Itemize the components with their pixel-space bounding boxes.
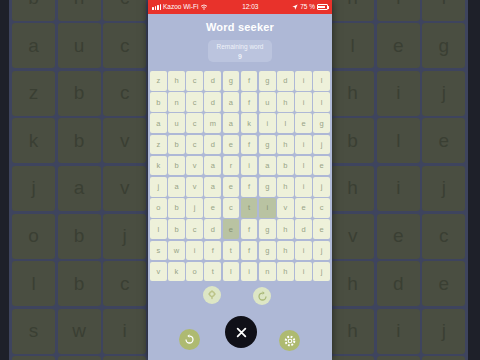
backdrop-cell-6-0: o [12, 214, 55, 259]
backdrop-cell-8-1: w [58, 309, 101, 354]
grid-cell-8-1[interactable]: w [168, 241, 185, 261]
grid-cell-8-8[interactable]: i [295, 241, 312, 261]
grid-cell-6-0[interactable]: o [150, 198, 167, 218]
grid-cell-3-8[interactable]: i [295, 135, 312, 155]
grid-cell-1-0[interactable]: b [150, 92, 167, 112]
grid-cell-7-1[interactable]: b [168, 219, 185, 239]
grid-cell-9-6[interactable]: n [259, 262, 276, 282]
backdrop-cell-8-9: j [422, 309, 465, 354]
status-bar-left: Kazoo Wi-Fi [152, 4, 208, 11]
backdrop-cell-1-8: i [377, 0, 420, 21]
undo-arrow-icon [184, 334, 195, 345]
backdrop-cell-9-9: j [422, 356, 465, 360]
grid-cell-8-0[interactable]: s [150, 241, 167, 261]
grid-cell-5-0[interactable]: j [150, 177, 167, 197]
carrier-label: Kazoo Wi-Fi [163, 4, 198, 11]
backdrop-cell-5-8: i [377, 166, 420, 211]
grid-cell-3-6[interactable]: g [259, 135, 276, 155]
grid-cell-4-7[interactable]: b [277, 156, 294, 176]
backdrop-cell-3-1: b [58, 71, 101, 116]
grid-cell-7-9[interactable]: e [313, 219, 330, 239]
backdrop-cell-3-0: z [12, 71, 55, 116]
grid-cell-9-0[interactable]: v [150, 262, 167, 282]
backdrop-cell-6-8: e [377, 214, 420, 259]
backdrop-cell-1-9: l [422, 0, 465, 21]
backdrop-cell-9-7: h [331, 356, 374, 360]
page-title: Word seeker [148, 21, 332, 33]
grid-cell-1-6[interactable]: u [259, 92, 276, 112]
grid-cell-0-6[interactable]: g [259, 71, 276, 91]
grid-cell-9-3[interactable]: t [204, 262, 221, 282]
backdrop-cell-1-7: h [331, 0, 374, 21]
backdrop-cell-2-9: g [422, 23, 465, 68]
status-bar: Kazoo Wi-Fi 12:03 75 % [148, 0, 332, 14]
backdrop-cell-5-2: v [103, 166, 146, 211]
settings-button[interactable] [279, 330, 300, 351]
grid-cell-9-5[interactable]: i [241, 262, 258, 282]
backdrop-cell-5-1: a [58, 166, 101, 211]
grid-cell-9-9[interactable]: j [313, 262, 330, 282]
grid-cell-0-3[interactable]: d [204, 71, 221, 91]
grid-cell-3-2[interactable]: c [186, 135, 203, 155]
backdrop-cell-4-7: b [331, 118, 374, 163]
backdrop-cell-7-0: l [12, 261, 55, 306]
grid-cell-1-4[interactable]: a [223, 92, 240, 112]
grid-cell-5-8[interactable]: i [295, 177, 312, 197]
grid-cell-9-1[interactable]: k [168, 262, 185, 282]
backdrop-cell-6-1: b [58, 214, 101, 259]
backdrop-cell-1-1: n [58, 0, 101, 21]
grid-cell-3-5[interactable]: f [241, 135, 258, 155]
backdrop-cell-4-8: l [377, 118, 420, 163]
grid-cell-5-2[interactable]: v [186, 177, 203, 197]
grid-cell-1-9[interactable]: l [313, 92, 330, 112]
close-overlay-button[interactable] [225, 316, 257, 348]
backdrop-cell-9-8: i [377, 356, 420, 360]
backdrop-cell-2-0: a [12, 23, 55, 68]
grid-cell-2-9[interactable]: g [313, 113, 330, 133]
grid-cell-2-5[interactable]: k [241, 113, 258, 133]
grid-cell-7-3[interactable]: d [204, 219, 221, 239]
grid-cell-4-3[interactable]: a [204, 156, 221, 176]
x-icon [236, 327, 247, 338]
grid-cell-7-7[interactable]: h [277, 219, 294, 239]
grid-cell-4-4[interactable]: r [223, 156, 240, 176]
grid-cell-3-4[interactable]: e [223, 135, 240, 155]
grid-cell-0-4[interactable]: g [223, 71, 240, 91]
backdrop-cell-3-7: h [331, 71, 374, 116]
backdrop-cell-2-7: l [331, 23, 374, 68]
backdrop-cell-2-1: u [58, 23, 101, 68]
grid-cell-7-2[interactable]: c [186, 219, 203, 239]
backdrop-cell-6-7: v [331, 214, 374, 259]
grid-cell-2-7[interactable]: l [277, 113, 294, 133]
grid-cell-7-8[interactable]: d [295, 219, 312, 239]
grid-cell-5-1[interactable]: a [168, 177, 185, 197]
hint-button[interactable] [203, 286, 221, 304]
backdrop-cell-6-2: j [103, 214, 146, 259]
grid-cell-3-9[interactable]: j [313, 135, 330, 155]
grid-cell-3-3[interactable]: d [204, 135, 221, 155]
grid-cell-4-0[interactable]: k [150, 156, 167, 176]
backdrop-cell-1-2: c [103, 0, 146, 21]
grid-cell-9-7[interactable]: h [277, 262, 294, 282]
grid-cell-1-2[interactable]: c [186, 92, 203, 112]
grid-cell-3-0[interactable]: z [150, 135, 167, 155]
grid-cell-8-5[interactable]: f [241, 241, 258, 261]
grid-cell-4-1[interactable]: b [168, 156, 185, 176]
grid-cell-6-8[interactable]: e [295, 198, 312, 218]
grid-cell-5-3[interactable]: a [204, 177, 221, 197]
grid-cell-1-5[interactable]: f [241, 92, 258, 112]
location-arrow-icon [292, 4, 298, 10]
backdrop-cell-7-8: d [377, 261, 420, 306]
battery-percent-label: 75 % [300, 4, 315, 11]
grid-cell-8-2[interactable]: i [186, 241, 203, 261]
lightbulb-icon [207, 290, 217, 300]
grid-cell-4-8[interactable]: l [295, 156, 312, 176]
backdrop-cell-7-7: h [331, 261, 374, 306]
grid-cell-3-1[interactable]: b [168, 135, 185, 155]
grid-cell-2-2[interactable]: c [186, 113, 203, 133]
remaining-word-count: 9 [208, 53, 272, 60]
gear-icon [284, 335, 296, 347]
grid-cell-2-1[interactable]: u [168, 113, 185, 133]
backdrop-cell-5-7: h [331, 166, 374, 211]
clock-label: 12:03 [242, 4, 258, 11]
letter-grid: zhcdgfgdilbncdafuhilaucmakilegzbcdefghij… [150, 71, 330, 281]
backdrop-cell-9-1: k [58, 356, 101, 360]
backdrop-cell-6-9: c [422, 214, 465, 259]
grid-cell-2-0[interactable]: a [150, 113, 167, 133]
backdrop-cell-8-0: s [12, 309, 55, 354]
backdrop-cell-4-0: k [12, 118, 55, 163]
grid-cell-7-5[interactable]: f [241, 219, 258, 239]
grid-cell-1-8[interactable]: i [295, 92, 312, 112]
backdrop-cell-8-8: i [377, 309, 420, 354]
remaining-word-badge: Remaining word 9 [208, 40, 272, 62]
backdrop-cell-7-9: e [422, 261, 465, 306]
backdrop-cell-4-2: v [103, 118, 146, 163]
backdrop-cell-2-2: c [103, 23, 146, 68]
grid-cell-8-7[interactable]: h [277, 241, 294, 261]
backdrop-cell-9-2: o [103, 356, 146, 360]
grid-cell-9-2[interactable]: o [186, 262, 203, 282]
backdrop-cell-7-1: b [58, 261, 101, 306]
shuffle-button[interactable] [253, 287, 271, 305]
screenshot-root: zhcdgfgdilbncdafuhilaucmakilegzbcdefghij… [0, 0, 480, 360]
grid-cell-0-9[interactable]: l [313, 71, 330, 91]
grid-cell-4-5[interactable]: i [241, 156, 258, 176]
backdrop-cell-4-1: b [58, 118, 101, 163]
refresh-icon [257, 291, 268, 302]
grid-cell-6-7[interactable]: v [277, 198, 294, 218]
backdrop-cell-9-0: v [12, 356, 55, 360]
signal-bars-icon [152, 4, 161, 10]
grid-cell-9-8[interactable]: i [295, 262, 312, 282]
grid-cell-1-1[interactable]: n [168, 92, 185, 112]
grid-cell-4-9[interactable]: e [313, 156, 330, 176]
grid-cell-5-5[interactable]: f [241, 177, 258, 197]
wifi-icon [200, 4, 208, 10]
backdrop-cell-3-8: i [377, 71, 420, 116]
restart-button[interactable] [179, 329, 200, 350]
backdrop-cell-2-8: e [377, 23, 420, 68]
grid-cell-0-0[interactable]: z [150, 71, 167, 91]
backdrop-cell-8-7: h [331, 309, 374, 354]
grid-cell-0-2[interactable]: c [186, 71, 203, 91]
remaining-word-label: Remaining word [208, 43, 272, 50]
grid-cell-5-4[interactable]: e [223, 177, 240, 197]
grid-cell-5-9[interactable]: j [313, 177, 330, 197]
grid-cell-2-4[interactable]: a [223, 113, 240, 133]
backdrop-cell-1-0: b [12, 0, 55, 21]
grid-cell-3-7[interactable]: h [277, 135, 294, 155]
grid-cell-0-5[interactable]: f [241, 71, 258, 91]
grid-cell-8-9[interactable]: j [313, 241, 330, 261]
grid-cell-9-4[interactable]: l [223, 262, 240, 282]
grid-cell-6-1[interactable]: b [168, 198, 185, 218]
grid-cell-4-2[interactable]: v [186, 156, 203, 176]
grid-cell-7-0[interactable]: l [150, 219, 167, 239]
grid-cell-2-8[interactable]: e [295, 113, 312, 133]
grid-cell-8-3[interactable]: f [204, 241, 221, 261]
grid-cell-4-6[interactable]: a [259, 156, 276, 176]
grid-cell-5-6[interactable]: g [259, 177, 276, 197]
grid-cell-5-7[interactable]: h [277, 177, 294, 197]
grid-cell-7-6[interactable]: g [259, 219, 276, 239]
grid-cell-2-6[interactable]: i [259, 113, 276, 133]
status-bar-right: 75 % [292, 4, 328, 11]
backdrop-cell-3-2: c [103, 71, 146, 116]
backdrop-cell-5-9: j [422, 166, 465, 211]
backdrop-cell-7-2: c [103, 261, 146, 306]
grid-cell-0-1[interactable]: h [168, 71, 185, 91]
phone-screen: Kazoo Wi-Fi 12:03 75 % Word seeker Remai… [148, 0, 332, 360]
battery-icon [317, 4, 328, 10]
grid-cell-7-4[interactable]: e [223, 219, 240, 239]
grid-cell-0-7[interactable]: d [277, 71, 294, 91]
backdrop-cell-3-9: j [422, 71, 465, 116]
grid-cell-6-4[interactable]: c [223, 198, 240, 218]
grid-cell-1-3[interactable]: d [204, 92, 221, 112]
grid-cell-6-9[interactable]: c [313, 198, 330, 218]
grid-cell-1-7[interactable]: h [277, 92, 294, 112]
backdrop-cell-8-2: i [103, 309, 146, 354]
grid-cell-6-3[interactable]: e [204, 198, 221, 218]
backdrop-cell-4-9: e [422, 118, 465, 163]
backdrop-cell-5-0: j [12, 166, 55, 211]
grid-cell-2-3[interactable]: m [204, 113, 221, 133]
grid-cell-8-6[interactable]: g [259, 241, 276, 261]
grid-cell-0-8[interactable]: i [295, 71, 312, 91]
grid-cell-6-6[interactable]: i [259, 198, 276, 218]
grid-cell-6-2[interactable]: j [186, 198, 203, 218]
grid-cell-8-4[interactable]: t [223, 241, 240, 261]
grid-cell-6-5[interactable]: t [241, 198, 258, 218]
